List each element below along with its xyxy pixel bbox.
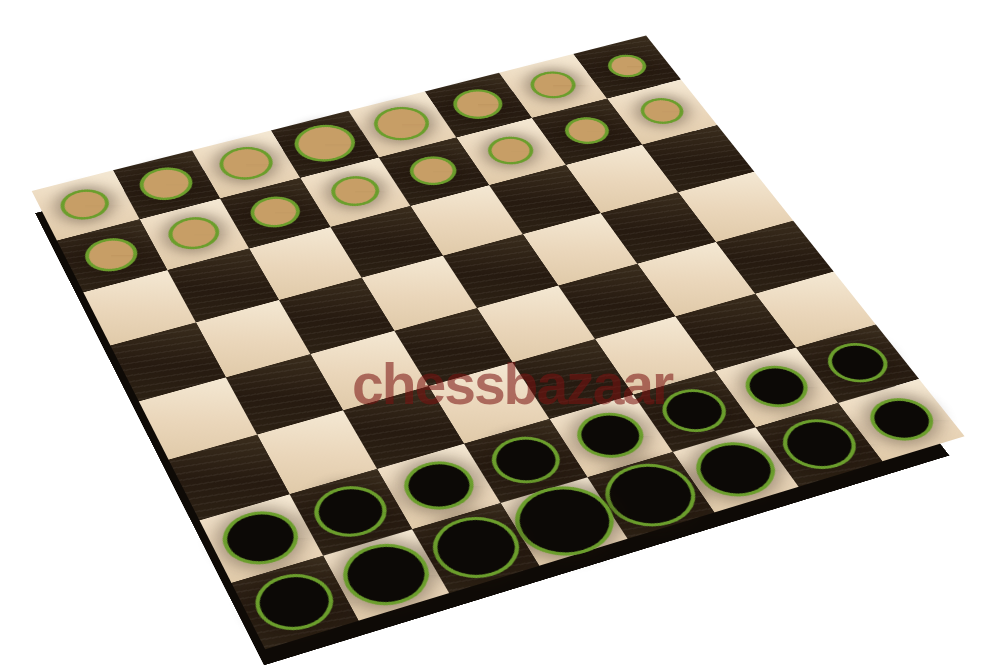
board-scene: ♜♟♟♜♞♟♟♞♝♟♟♝♛♟♟♛♚♟♟♚♝♟♟♝♞♟♟♞♜♟♟♜: [0, 0, 1000, 667]
white-pawn-b2: ♟: [544, 45, 629, 140]
white-pawn-c2: ♟: [467, 63, 555, 161]
square-h8: ♜: [232, 556, 359, 649]
chess-board: ♜♟♟♜♞♟♟♞♝♟♟♝♛♟♟♛♚♟♟♚♝♟♟♝♞♟♟♞♜♟♟♜: [32, 36, 965, 650]
white-pawn-h2: ♟: [61, 153, 163, 267]
white-pawn-a2: ♟: [620, 28, 703, 121]
chess-set-product-photo: ♜♟♟♜♞♟♟♞♝♟♟♝♛♟♟♛♚♟♟♚♝♟♟♝♞♟♟♞♜♟♟♜ chessba…: [0, 0, 1000, 667]
black-rook-h8: ♜: [198, 408, 391, 623]
